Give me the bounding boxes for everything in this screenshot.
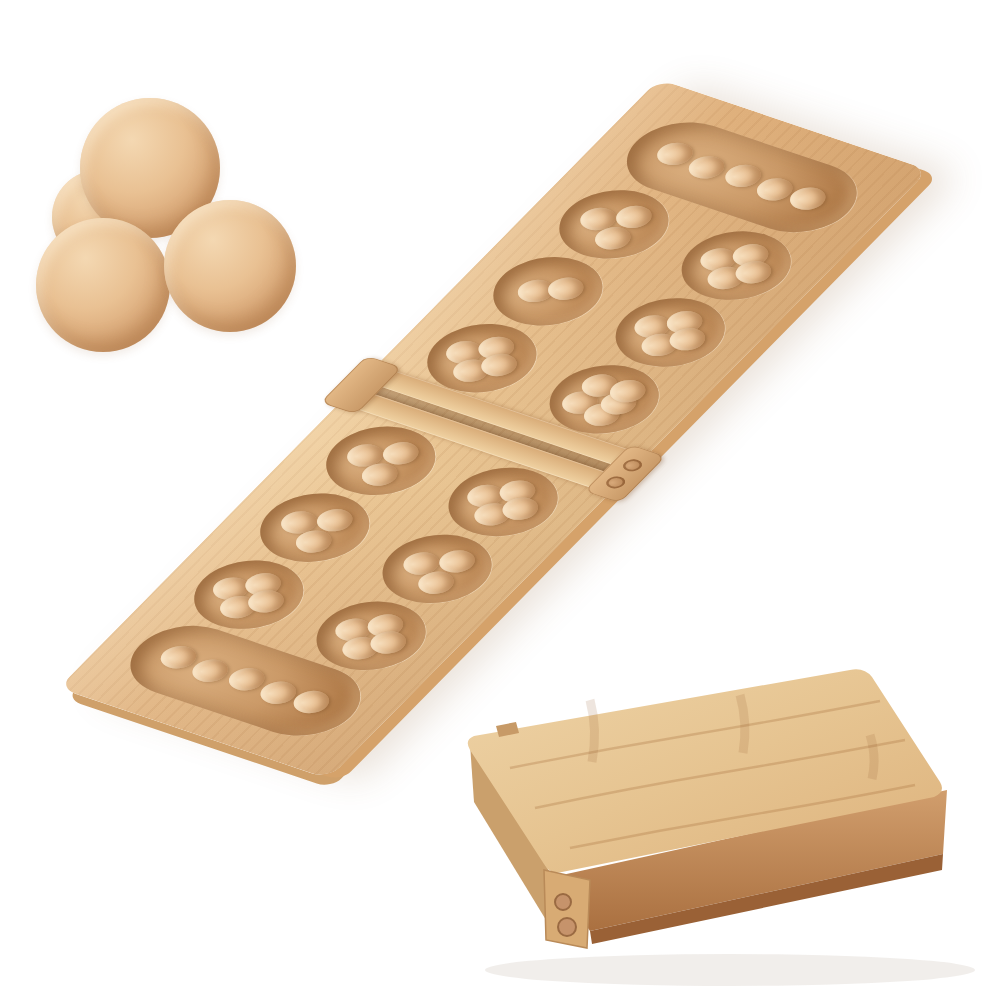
mancala-board-folded — [440, 640, 1000, 1000]
bead — [541, 274, 590, 304]
product-photo-scene — [0, 0, 1000, 1000]
folded-board-shadow — [485, 954, 975, 986]
wood-ball — [36, 218, 170, 352]
hinge-pin — [602, 474, 628, 490]
wood-ball — [164, 200, 296, 332]
hinge-pin — [555, 894, 571, 910]
hinge-pin — [619, 457, 645, 473]
hinge-pin — [558, 918, 576, 936]
